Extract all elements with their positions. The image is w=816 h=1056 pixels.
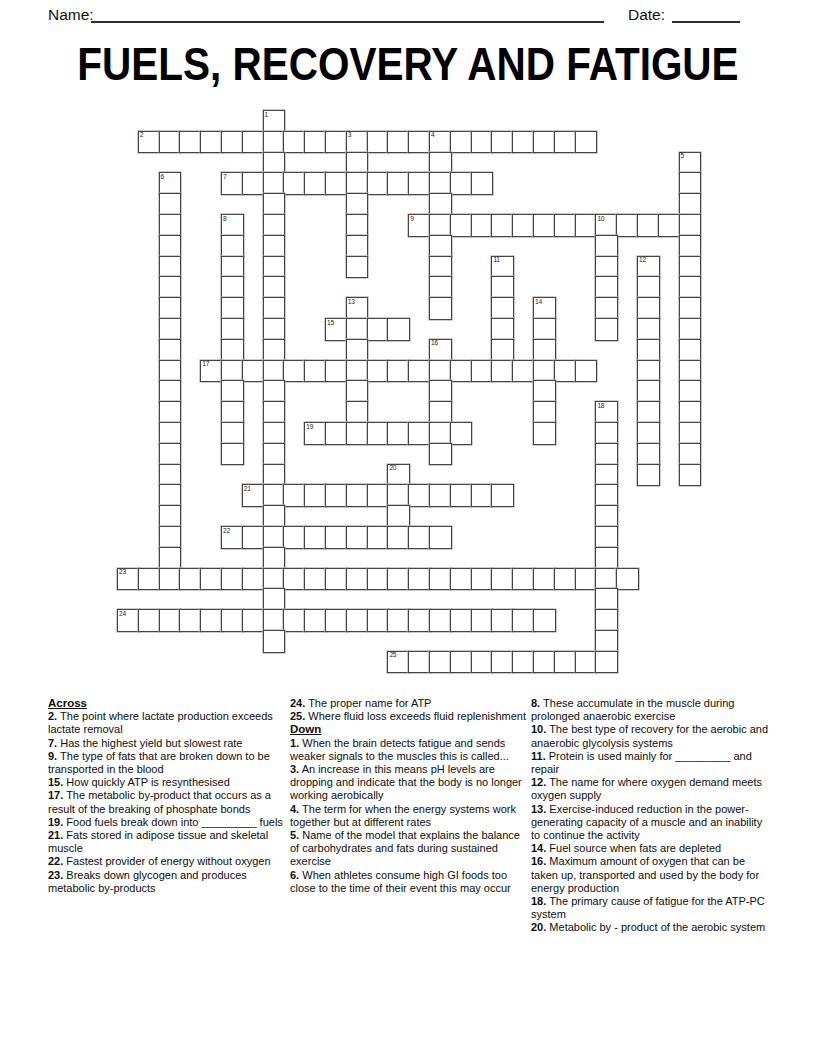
grid-cell[interactable]: [263, 172, 286, 195]
grid-cell[interactable]: [387, 172, 410, 195]
grid-cell[interactable]: [346, 214, 369, 237]
grid-cell[interactable]: 16: [429, 339, 452, 362]
clue-11-down: 11. Protein is used mainly for _________…: [531, 750, 771, 776]
grid-cell[interactable]: [450, 131, 473, 154]
grid-cell[interactable]: [242, 172, 265, 195]
grid-cell[interactable]: [304, 609, 327, 632]
grid-cell[interactable]: [429, 401, 452, 424]
grid-cell[interactable]: 20: [387, 464, 410, 487]
grid-cell[interactable]: [533, 214, 556, 237]
grid-cell[interactable]: [512, 609, 535, 632]
grid-cell[interactable]: [595, 547, 618, 570]
grid-cell[interactable]: [159, 318, 182, 341]
grid-cell[interactable]: [491, 568, 514, 591]
grid-cell[interactable]: [554, 214, 577, 237]
grid-cell[interactable]: [387, 505, 410, 528]
grid-cell[interactable]: 8: [221, 214, 244, 237]
grid-cell[interactable]: [283, 360, 306, 383]
grid-cell[interactable]: [346, 235, 369, 258]
grid-cell[interactable]: [304, 526, 327, 549]
grid-cell[interactable]: [304, 360, 327, 383]
grid-cell[interactable]: [159, 131, 182, 154]
grid-cell[interactable]: [283, 526, 306, 549]
grid-cell[interactable]: [346, 484, 369, 507]
grid-cell[interactable]: [138, 568, 161, 591]
grid-cell[interactable]: [575, 568, 598, 591]
grid-cell[interactable]: 22: [221, 526, 244, 549]
grid-cell[interactable]: [159, 443, 182, 466]
grid-cell[interactable]: [159, 464, 182, 487]
grid-cell[interactable]: 9: [408, 214, 431, 237]
grid-cell[interactable]: [637, 339, 660, 362]
down-header: Down: [290, 723, 530, 736]
grid-cell[interactable]: [408, 526, 431, 549]
grid-cell[interactable]: [533, 609, 556, 632]
grid-cell[interactable]: [450, 360, 473, 383]
grid-cell[interactable]: [179, 568, 202, 591]
grid-cell[interactable]: [575, 360, 598, 383]
grid-cell[interactable]: [325, 172, 348, 195]
grid-cell[interactable]: [637, 318, 660, 341]
grid-cell[interactable]: [346, 360, 369, 383]
grid-cell[interactable]: [283, 172, 306, 195]
grid-cell[interactable]: [263, 380, 286, 403]
grid-cell[interactable]: [221, 318, 244, 341]
clue-1-down: 1. When the brain detects fatigue and se…: [290, 737, 530, 763]
grid-cell[interactable]: [595, 318, 618, 341]
grid-cell[interactable]: [159, 235, 182, 258]
grid-cell[interactable]: [471, 609, 494, 632]
grid-cell[interactable]: [554, 568, 577, 591]
grid-cell[interactable]: [263, 256, 286, 279]
grid-cell[interactable]: [471, 568, 494, 591]
grid-cell[interactable]: [637, 422, 660, 445]
grid-cell[interactable]: [595, 505, 618, 528]
grid-cell[interactable]: [263, 464, 286, 487]
grid-cell[interactable]: [159, 422, 182, 445]
grid-cell[interactable]: [679, 380, 702, 403]
grid-cell[interactable]: 21: [242, 484, 265, 507]
grid-cell[interactable]: [346, 609, 369, 632]
grid-cell[interactable]: [679, 172, 702, 195]
grid-cell[interactable]: [679, 401, 702, 424]
grid-cell[interactable]: [263, 630, 286, 653]
grid-cell[interactable]: [679, 297, 702, 320]
grid-cell[interactable]: [491, 484, 514, 507]
grid-cell[interactable]: [408, 568, 431, 591]
grid-cell[interactable]: [221, 401, 244, 424]
grid-cell[interactable]: [242, 131, 265, 154]
grid-cell[interactable]: [367, 318, 390, 341]
grid-cell[interactable]: 13: [346, 297, 369, 320]
grid-cell[interactable]: [679, 360, 702, 383]
grid-cell[interactable]: [263, 547, 286, 570]
grid-cell[interactable]: [367, 360, 390, 383]
clue-column-1: Across2. The point where lactate product…: [48, 697, 288, 895]
grid-cell[interactable]: [387, 609, 410, 632]
grid-cell[interactable]: [221, 339, 244, 362]
grid-cell[interactable]: [387, 484, 410, 507]
grid-cell[interactable]: [637, 276, 660, 299]
grid-cell[interactable]: [221, 297, 244, 320]
grid-cell[interactable]: [179, 609, 202, 632]
grid-cell[interactable]: [429, 276, 452, 299]
grid-cell[interactable]: [679, 318, 702, 341]
grid-cell[interactable]: [595, 297, 618, 320]
grid-cell[interactable]: [387, 360, 410, 383]
grid-cell[interactable]: [159, 547, 182, 570]
grid-cell[interactable]: [533, 360, 556, 383]
grid-cell[interactable]: [595, 235, 618, 258]
grid-cell[interactable]: [159, 214, 182, 237]
grid-cell[interactable]: [429, 484, 452, 507]
grid-cell[interactable]: [159, 401, 182, 424]
grid-cell[interactable]: [283, 131, 306, 154]
grid-cell[interactable]: [159, 360, 182, 383]
grid-cell[interactable]: [533, 422, 556, 445]
grid-cell[interactable]: [346, 380, 369, 403]
grid-cell[interactable]: 4: [429, 131, 452, 154]
grid-cell[interactable]: [595, 484, 618, 507]
grid-cell[interactable]: [450, 609, 473, 632]
grid-cell[interactable]: [429, 609, 452, 632]
date-input-line[interactable]: [672, 5, 740, 23]
grid-cell[interactable]: [263, 443, 286, 466]
grid-cell[interactable]: [471, 214, 494, 237]
clue-number: 24.: [290, 697, 305, 709]
grid-cell[interactable]: 12: [637, 256, 660, 279]
grid-cell[interactable]: [616, 214, 639, 237]
grid-cell[interactable]: [200, 609, 223, 632]
grid-cell[interactable]: [408, 651, 431, 674]
grid-cell[interactable]: [471, 651, 494, 674]
grid-cell[interactable]: 15: [325, 318, 348, 341]
grid-cell[interactable]: [221, 235, 244, 258]
grid-cell[interactable]: [283, 568, 306, 591]
grid-cell[interactable]: [595, 526, 618, 549]
grid-cell[interactable]: 14: [533, 297, 556, 320]
grid-cell[interactable]: [554, 360, 577, 383]
grid-cell[interactable]: [595, 256, 618, 279]
clue-23-across: 23. Breaks down glycogen and produces me…: [48, 869, 288, 895]
grid-cell[interactable]: [616, 568, 639, 591]
grid-cell[interactable]: [138, 609, 161, 632]
grid-cell[interactable]: [450, 172, 473, 195]
grid-cell[interactable]: [533, 401, 556, 424]
grid-cell[interactable]: [346, 339, 369, 362]
grid-cell[interactable]: [221, 380, 244, 403]
grid-cell[interactable]: [554, 651, 577, 674]
name-input-line[interactable]: [91, 5, 604, 23]
grid-cell[interactable]: [304, 484, 327, 507]
grid-cell[interactable]: [679, 256, 702, 279]
grid-cell[interactable]: [637, 297, 660, 320]
grid-cell[interactable]: [491, 214, 514, 237]
grid-cell[interactable]: [263, 235, 286, 258]
grid-cell[interactable]: [367, 422, 390, 445]
grid-cell[interactable]: [221, 422, 244, 445]
grid-cell[interactable]: [367, 568, 390, 591]
cell-number: 2: [140, 131, 143, 139]
grid-cell[interactable]: [429, 568, 452, 591]
grid-cell[interactable]: 6: [159, 172, 182, 195]
grid-cell[interactable]: [325, 484, 348, 507]
grid-cell[interactable]: [242, 568, 265, 591]
grid-cell[interactable]: [637, 214, 660, 237]
grid-cell[interactable]: [658, 214, 681, 237]
grid-cell[interactable]: [263, 526, 286, 549]
grid-cell[interactable]: [263, 588, 286, 611]
grid-cell[interactable]: [575, 651, 598, 674]
grid-cell[interactable]: [263, 152, 286, 175]
grid-cell[interactable]: [387, 422, 410, 445]
grid-cell[interactable]: [679, 339, 702, 362]
grid-cell[interactable]: [346, 193, 369, 216]
grid-cell[interactable]: 17: [200, 360, 223, 383]
grid-cell[interactable]: [595, 588, 618, 611]
clue-10-down: 10. The best type of recovery for the ae…: [531, 723, 771, 749]
grid-cell[interactable]: [429, 214, 452, 237]
grid-cell[interactable]: [387, 526, 410, 549]
grid-cell[interactable]: [512, 651, 535, 674]
grid-cell[interactable]: [263, 193, 286, 216]
grid-cell[interactable]: [159, 505, 182, 528]
grid-cell[interactable]: 23: [117, 568, 140, 591]
grid-cell[interactable]: [304, 568, 327, 591]
grid-cell[interactable]: [159, 193, 182, 216]
grid-cell[interactable]: [159, 380, 182, 403]
grid-cell[interactable]: [429, 235, 452, 258]
grid-cell[interactable]: [200, 131, 223, 154]
grid-cell[interactable]: [637, 380, 660, 403]
grid-cell[interactable]: [533, 339, 556, 362]
grid-cell[interactable]: [387, 318, 410, 341]
grid-cell[interactable]: [263, 214, 286, 237]
grid-cell[interactable]: [429, 526, 452, 549]
grid-cell[interactable]: [367, 609, 390, 632]
grid-cell[interactable]: [533, 568, 556, 591]
grid-cell[interactable]: [512, 131, 535, 154]
name-label: Name:: [48, 6, 94, 24]
grid-cell[interactable]: [221, 568, 244, 591]
grid-cell[interactable]: [408, 360, 431, 383]
grid-cell[interactable]: [304, 172, 327, 195]
grid-cell[interactable]: [263, 360, 286, 383]
grid-cell[interactable]: [491, 339, 514, 362]
grid-cell[interactable]: [533, 318, 556, 341]
grid-cell[interactable]: [679, 193, 702, 216]
grid-cell[interactable]: [221, 360, 244, 383]
grid-cell[interactable]: [450, 214, 473, 237]
grid-cell[interactable]: [346, 172, 369, 195]
grid-cell[interactable]: [429, 360, 452, 383]
grid-cell[interactable]: [304, 131, 327, 154]
grid-cell[interactable]: [408, 609, 431, 632]
grid-cell[interactable]: [408, 131, 431, 154]
grid-cell[interactable]: [263, 318, 286, 341]
grid-cell[interactable]: [595, 443, 618, 466]
grid-cell[interactable]: [367, 172, 390, 195]
grid-cell[interactable]: [263, 422, 286, 445]
grid-cell[interactable]: [159, 609, 182, 632]
grid-cell[interactable]: [325, 609, 348, 632]
grid-cell[interactable]: [263, 609, 286, 632]
clue-number: 12.: [531, 776, 546, 788]
grid-cell[interactable]: [159, 484, 182, 507]
grid-cell[interactable]: [595, 568, 618, 591]
grid-cell[interactable]: 10: [595, 214, 618, 237]
grid-cell[interactable]: [159, 568, 182, 591]
grid-cell[interactable]: 2: [138, 131, 161, 154]
grid-cell[interactable]: [679, 443, 702, 466]
grid-cell[interactable]: 3: [346, 131, 369, 154]
grid-cell[interactable]: [450, 422, 473, 445]
grid-cell[interactable]: [283, 609, 306, 632]
grid-cell[interactable]: 5: [679, 152, 702, 175]
grid-cell[interactable]: [471, 360, 494, 383]
grid-cell[interactable]: [408, 484, 431, 507]
grid-cell[interactable]: [450, 651, 473, 674]
grid-cell[interactable]: [263, 401, 286, 424]
grid-cell[interactable]: [429, 256, 452, 279]
grid-cell[interactable]: [491, 318, 514, 341]
grid-cell[interactable]: [491, 609, 514, 632]
cell-number: 16: [431, 339, 438, 347]
grid-cell[interactable]: [242, 360, 265, 383]
grid-cell[interactable]: [471, 484, 494, 507]
grid-cell[interactable]: [679, 464, 702, 487]
grid-cell[interactable]: [263, 297, 286, 320]
clue-20-down: 20. Metabolic by - product of the aerobi…: [531, 921, 771, 934]
grid-cell[interactable]: [491, 297, 514, 320]
grid-cell[interactable]: [595, 651, 618, 674]
grid-cell[interactable]: 7: [221, 172, 244, 195]
grid-cell[interactable]: [450, 568, 473, 591]
grid-cell[interactable]: [242, 526, 265, 549]
grid-cell[interactable]: [491, 276, 514, 299]
grid-cell[interactable]: [221, 609, 244, 632]
grid-cell[interactable]: [408, 422, 431, 445]
grid-cell[interactable]: [429, 297, 452, 320]
grid-cell[interactable]: 19: [304, 422, 327, 445]
grid-cell[interactable]: [679, 235, 702, 258]
grid-cell[interactable]: [512, 214, 535, 237]
grid-cell[interactable]: [575, 131, 598, 154]
grid-cell[interactable]: [159, 256, 182, 279]
grid-cell[interactable]: [491, 131, 514, 154]
grid-cell[interactable]: [429, 193, 452, 216]
grid-cell[interactable]: [491, 651, 514, 674]
grid-cell[interactable]: [221, 131, 244, 154]
grid-cell[interactable]: 1: [263, 110, 286, 133]
grid-cell[interactable]: [533, 651, 556, 674]
grid-cell[interactable]: [408, 172, 431, 195]
grid-cell[interactable]: [159, 526, 182, 549]
grid-cell[interactable]: [387, 568, 410, 591]
grid-cell[interactable]: 24: [117, 609, 140, 632]
grid-cell[interactable]: [325, 568, 348, 591]
grid-cell[interactable]: [533, 380, 556, 403]
grid-cell[interactable]: [554, 131, 577, 154]
grid-cell[interactable]: [450, 484, 473, 507]
grid-cell[interactable]: [595, 464, 618, 487]
grid-cell[interactable]: [283, 484, 306, 507]
grid-cell[interactable]: [595, 276, 618, 299]
grid-cell[interactable]: [367, 131, 390, 154]
grid-cell[interactable]: [429, 651, 452, 674]
grid-cell[interactable]: [575, 214, 598, 237]
grid-cell[interactable]: [429, 152, 452, 175]
grid-cell[interactable]: [159, 276, 182, 299]
grid-cell[interactable]: [637, 401, 660, 424]
grid-cell[interactable]: [263, 568, 286, 591]
grid-cell[interactable]: [512, 360, 535, 383]
grid-cell[interactable]: [263, 131, 286, 154]
grid-cell[interactable]: [346, 526, 369, 549]
grid-cell[interactable]: [263, 484, 286, 507]
grid-cell[interactable]: [346, 152, 369, 175]
grid-cell[interactable]: [221, 256, 244, 279]
grid-cell[interactable]: [387, 131, 410, 154]
grid-cell[interactable]: [221, 443, 244, 466]
grid-cell[interactable]: [346, 256, 369, 279]
grid-cell[interactable]: [325, 360, 348, 383]
grid-cell[interactable]: [367, 526, 390, 549]
grid-cell[interactable]: 25: [387, 651, 410, 674]
grid-cell[interactable]: [242, 609, 265, 632]
grid-cell[interactable]: [263, 276, 286, 299]
grid-cell[interactable]: [512, 568, 535, 591]
grid-cell[interactable]: [679, 214, 702, 237]
grid-cell[interactable]: [595, 630, 618, 653]
grid-cell[interactable]: [346, 568, 369, 591]
grid-cell[interactable]: [346, 318, 369, 341]
grid-cell[interactable]: [471, 131, 494, 154]
grid-cell[interactable]: [429, 172, 452, 195]
grid-cell[interactable]: [346, 422, 369, 445]
grid-cell[interactable]: 18: [595, 401, 618, 424]
grid-cell[interactable]: [595, 422, 618, 445]
grid-cell[interactable]: [159, 297, 182, 320]
grid-cell[interactable]: [159, 339, 182, 362]
grid-cell[interactable]: [637, 360, 660, 383]
grid-cell[interactable]: [595, 609, 618, 632]
grid-cell[interactable]: [679, 276, 702, 299]
grid-cell[interactable]: [429, 380, 452, 403]
grid-cell[interactable]: [325, 526, 348, 549]
grid-cell[interactable]: [533, 131, 556, 154]
grid-cell[interactable]: [491, 360, 514, 383]
grid-cell[interactable]: [200, 568, 223, 591]
grid-cell[interactable]: [179, 131, 202, 154]
grid-cell[interactable]: [429, 422, 452, 445]
grid-cell[interactable]: [325, 131, 348, 154]
grid-cell[interactable]: [367, 484, 390, 507]
grid-cell[interactable]: [429, 443, 452, 466]
grid-cell[interactable]: 11: [491, 256, 514, 279]
clue-number: 6.: [290, 869, 299, 881]
grid-cell[interactable]: [346, 401, 369, 424]
grid-cell[interactable]: [471, 172, 494, 195]
grid-cell[interactable]: [637, 443, 660, 466]
grid-cell[interactable]: [263, 505, 286, 528]
grid-cell[interactable]: [325, 422, 348, 445]
clue-number: 18.: [531, 895, 546, 907]
grid-cell[interactable]: [637, 464, 660, 487]
grid-cell[interactable]: [221, 276, 244, 299]
grid-cell[interactable]: [679, 422, 702, 445]
grid-cell[interactable]: [263, 339, 286, 362]
